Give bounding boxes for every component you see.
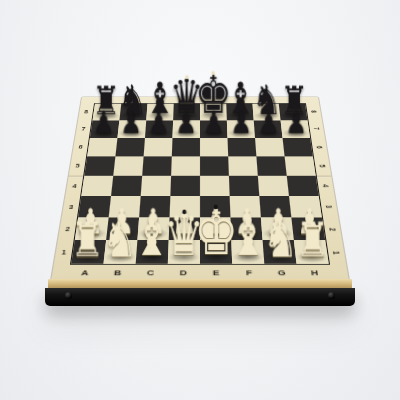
file-label-f: F bbox=[233, 265, 267, 280]
square-c4[interactable] bbox=[141, 176, 171, 196]
square-c6[interactable] bbox=[144, 138, 173, 156]
board-front-face bbox=[45, 288, 355, 306]
piece-black-pawn[interactable]: ♟ bbox=[148, 107, 170, 138]
file-label-b: B bbox=[101, 265, 135, 280]
finial-tip bbox=[212, 71, 215, 75]
square-f4[interactable] bbox=[229, 176, 259, 196]
square-e4[interactable] bbox=[200, 176, 230, 196]
square-b5[interactable] bbox=[113, 156, 143, 175]
photo-background: 87654321 87654321 ABCDEFGH ♜♞♝♛♚♝♞♜♟♟♟♟♟… bbox=[0, 0, 400, 400]
piece-black-pawn[interactable]: ♟ bbox=[203, 107, 225, 138]
piece-black-pawn[interactable]: ♟ bbox=[285, 107, 307, 138]
piece-white-knight[interactable]: ♞ bbox=[263, 214, 298, 263]
latch-knob-left[interactable] bbox=[65, 292, 72, 299]
square-h5[interactable] bbox=[285, 156, 316, 175]
finial-tip bbox=[182, 209, 186, 214]
square-a5[interactable] bbox=[84, 156, 115, 175]
square-b7[interactable]: ♟ bbox=[117, 121, 146, 139]
square-d5[interactable] bbox=[171, 156, 200, 175]
square-c5[interactable] bbox=[142, 156, 172, 175]
file-label-h: H bbox=[298, 265, 333, 280]
square-e1[interactable]: ♚ bbox=[200, 240, 232, 264]
piece-white-knight[interactable]: ♞ bbox=[102, 214, 137, 263]
piece-black-pawn[interactable]: ♟ bbox=[230, 107, 252, 138]
square-h6[interactable] bbox=[283, 138, 313, 156]
square-d4[interactable] bbox=[170, 176, 200, 196]
piece-black-pawn[interactable]: ♟ bbox=[93, 107, 115, 138]
finial-tip bbox=[214, 204, 218, 209]
square-h1[interactable]: ♜ bbox=[294, 240, 329, 264]
square-g1[interactable]: ♞ bbox=[263, 240, 297, 264]
piece-black-pawn[interactable]: ♟ bbox=[120, 107, 142, 138]
square-b4[interactable] bbox=[111, 176, 142, 196]
square-e6[interactable] bbox=[200, 138, 228, 156]
square-e5[interactable] bbox=[200, 156, 229, 175]
piece-black-pawn[interactable]: ♟ bbox=[175, 107, 197, 138]
latch-knob-right[interactable] bbox=[328, 292, 335, 299]
square-e7[interactable]: ♟ bbox=[200, 121, 228, 139]
square-h7[interactable]: ♟ bbox=[281, 121, 310, 139]
square-d7[interactable]: ♟ bbox=[172, 121, 200, 139]
square-a7[interactable]: ♟ bbox=[90, 121, 119, 139]
chess-board: 87654321 87654321 ABCDEFGH ♜♞♝♛♚♝♞♜♟♟♟♟♟… bbox=[51, 97, 348, 280]
square-d6[interactable] bbox=[172, 138, 200, 156]
square-f6[interactable] bbox=[228, 138, 257, 156]
square-h4[interactable] bbox=[287, 176, 319, 196]
piece-white-bishop[interactable]: ♝ bbox=[230, 212, 267, 264]
square-g7[interactable]: ♟ bbox=[254, 121, 283, 139]
board-grid: ♜♞♝♛♚♝♞♜♟♟♟♟♟♟♟♟♟♟♟♟♟♟♟♟♜♞♝♛♚♝♞♜ bbox=[70, 103, 330, 265]
square-g5[interactable] bbox=[256, 156, 286, 175]
file-label-d: D bbox=[167, 265, 200, 280]
file-labels-bottom: ABCDEFGH bbox=[68, 265, 333, 280]
file-label-c: C bbox=[134, 265, 168, 280]
square-a6[interactable] bbox=[87, 138, 117, 156]
piece-white-rook[interactable]: ♜ bbox=[71, 217, 105, 264]
file-label-a: A bbox=[68, 265, 103, 280]
square-a4[interactable] bbox=[81, 176, 113, 196]
file-label-e: E bbox=[200, 265, 233, 280]
square-f1[interactable]: ♝ bbox=[231, 240, 264, 264]
square-g6[interactable] bbox=[255, 138, 285, 156]
piece-white-rook[interactable]: ♜ bbox=[296, 217, 330, 264]
square-f7[interactable]: ♟ bbox=[227, 121, 255, 139]
square-g4[interactable] bbox=[258, 176, 289, 196]
square-f5[interactable] bbox=[228, 156, 258, 175]
piece-black-pawn[interactable]: ♟ bbox=[258, 107, 280, 138]
square-b6[interactable] bbox=[115, 138, 145, 156]
file-label-g: G bbox=[265, 265, 299, 280]
square-c7[interactable]: ♟ bbox=[145, 121, 173, 139]
finial-tip bbox=[185, 75, 188, 79]
